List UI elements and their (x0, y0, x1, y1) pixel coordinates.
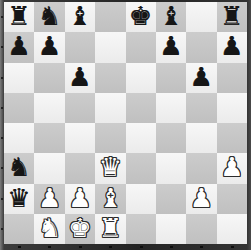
square-c1[interactable]: ♚ (65, 214, 95, 244)
square-d3[interactable]: ♛ (95, 153, 125, 183)
rank-label-6 (1, 77, 3, 79)
square-e4[interactable] (126, 123, 156, 153)
square-f3[interactable] (156, 153, 186, 183)
square-e8[interactable]: ♚ (126, 2, 156, 32)
square-e6[interactable] (126, 63, 156, 93)
square-g3[interactable] (186, 153, 216, 183)
white-pawn: ♟ (220, 154, 243, 180)
square-c8[interactable]: ♝ (65, 2, 95, 32)
black-pawn: ♟ (190, 64, 213, 90)
square-c2[interactable]: ♟ (65, 184, 95, 214)
square-b5[interactable] (34, 93, 64, 123)
square-c6[interactable]: ♟ (65, 63, 95, 93)
square-f5[interactable] (156, 93, 186, 123)
file-label-c (79, 246, 82, 248)
square-f4[interactable] (156, 123, 186, 153)
black-knight: ♞ (38, 3, 61, 29)
square-a4[interactable] (4, 123, 34, 153)
square-e5[interactable] (126, 93, 156, 123)
black-queen: ♛ (8, 185, 31, 211)
square-g2[interactable]: ♟ (186, 184, 216, 214)
square-e2[interactable] (126, 184, 156, 214)
square-b1[interactable]: ♞ (34, 214, 64, 244)
black-pawn: ♟ (68, 64, 91, 90)
square-g7[interactable] (186, 32, 216, 62)
square-e1[interactable] (126, 214, 156, 244)
file-label-h (231, 246, 234, 248)
square-a1[interactable] (4, 214, 34, 244)
file-label-f (170, 246, 173, 248)
file-label-b (48, 246, 51, 248)
rank-label-1 (1, 228, 3, 230)
white-bishop: ♝ (99, 185, 122, 211)
black-pawn: ♟ (220, 33, 243, 59)
black-pawn: ♟ (159, 33, 182, 59)
square-f6[interactable] (156, 63, 186, 93)
square-d5[interactable] (95, 93, 125, 123)
file-label-e (140, 246, 143, 248)
square-c7[interactable] (65, 32, 95, 62)
square-h7[interactable]: ♟ (217, 32, 247, 62)
white-queen: ♛ (99, 154, 122, 180)
white-pawn: ♟ (190, 185, 213, 211)
square-c3[interactable] (65, 153, 95, 183)
white-knight: ♞ (38, 215, 61, 241)
black-bishop: ♝ (159, 3, 182, 29)
square-a5[interactable] (4, 93, 34, 123)
square-c4[interactable] (65, 123, 95, 153)
file-label-g (200, 246, 203, 248)
square-b3[interactable] (34, 153, 64, 183)
square-h8[interactable]: ♜ (217, 2, 247, 32)
square-d4[interactable] (95, 123, 125, 153)
square-h6[interactable] (217, 63, 247, 93)
square-g6[interactable]: ♟ (186, 63, 216, 93)
square-d8[interactable] (95, 2, 125, 32)
square-a8[interactable]: ♜ (4, 2, 34, 32)
black-king: ♚ (129, 3, 152, 29)
square-g1[interactable] (186, 214, 216, 244)
square-h1[interactable] (217, 214, 247, 244)
black-knight: ♞ (8, 154, 31, 180)
square-h2[interactable] (217, 184, 247, 214)
black-rook: ♜ (8, 3, 31, 29)
square-e3[interactable] (126, 153, 156, 183)
square-h3[interactable]: ♟ (217, 153, 247, 183)
square-d7[interactable] (95, 32, 125, 62)
square-g4[interactable] (186, 123, 216, 153)
square-g8[interactable] (186, 2, 216, 32)
square-g5[interactable] (186, 93, 216, 123)
black-pawn: ♟ (38, 33, 61, 59)
rank-label-2 (1, 198, 3, 200)
square-h4[interactable] (217, 123, 247, 153)
square-c5[interactable] (65, 93, 95, 123)
chess-board-frame: ♜♞♝♚♝♜♟♟♟♟♟♟♞♛♟♛♟♟♝♟♞♚♜ (0, 0, 251, 250)
square-b4[interactable] (34, 123, 64, 153)
square-f8[interactable]: ♝ (156, 2, 186, 32)
square-b8[interactable]: ♞ (34, 2, 64, 32)
square-b6[interactable] (34, 63, 64, 93)
square-d2[interactable]: ♝ (95, 184, 125, 214)
white-king: ♚ (68, 215, 91, 241)
black-rook: ♜ (220, 3, 243, 29)
white-rook: ♜ (99, 215, 122, 241)
square-f1[interactable] (156, 214, 186, 244)
square-b2[interactable]: ♟ (34, 184, 64, 214)
square-f2[interactable] (156, 184, 186, 214)
rank-label-7 (1, 46, 3, 48)
square-d6[interactable] (95, 63, 125, 93)
square-e7[interactable] (126, 32, 156, 62)
file-label-a (18, 246, 21, 248)
white-pawn: ♟ (38, 185, 61, 211)
rank-label-5 (1, 107, 3, 109)
black-pawn: ♟ (8, 33, 31, 59)
white-pawn: ♟ (68, 185, 91, 211)
chess-board: ♜♞♝♚♝♜♟♟♟♟♟♟♞♛♟♛♟♟♝♟♞♚♜ (4, 2, 247, 244)
square-b7[interactable]: ♟ (34, 32, 64, 62)
square-a7[interactable]: ♟ (4, 32, 34, 62)
square-a3[interactable]: ♞ (4, 153, 34, 183)
square-f7[interactable]: ♟ (156, 32, 186, 62)
rank-label-4 (1, 137, 3, 139)
black-bishop: ♝ (68, 3, 91, 29)
square-a6[interactable] (4, 63, 34, 93)
file-label-d (109, 246, 112, 248)
square-h5[interactable] (217, 93, 247, 123)
square-d1[interactable]: ♜ (95, 214, 125, 244)
square-a2[interactable]: ♛ (4, 184, 34, 214)
rank-label-8 (1, 16, 3, 18)
rank-label-3 (1, 167, 3, 169)
